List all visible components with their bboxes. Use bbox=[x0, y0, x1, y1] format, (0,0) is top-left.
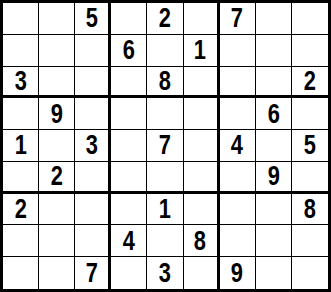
cell-r2c3[interactable] bbox=[75, 35, 111, 67]
cell-r7c3[interactable] bbox=[75, 194, 111, 226]
cell-r7c8[interactable] bbox=[256, 194, 292, 226]
cell-r4c9[interactable] bbox=[292, 98, 328, 130]
cell-r1c6[interactable] bbox=[184, 3, 220, 35]
cell-r7c4[interactable] bbox=[111, 194, 147, 226]
sudoku-page: 5276138296137452921848739 bbox=[0, 0, 331, 292]
cell-r9c8[interactable] bbox=[256, 257, 292, 289]
cell-r1c1[interactable] bbox=[3, 3, 39, 35]
given-digit: 7 bbox=[231, 4, 243, 32]
cell-r5c4[interactable] bbox=[111, 130, 147, 162]
cell-r3c9[interactable]: 2 bbox=[292, 67, 328, 99]
cell-r6c6[interactable] bbox=[184, 162, 220, 194]
given-digit: 4 bbox=[123, 227, 135, 255]
cell-r2c5[interactable] bbox=[147, 35, 183, 67]
given-digit: 5 bbox=[304, 131, 316, 159]
given-digit: 8 bbox=[159, 67, 171, 95]
cell-r5c9[interactable]: 5 bbox=[292, 130, 328, 162]
given-digit: 2 bbox=[304, 67, 316, 95]
cell-r9c2[interactable] bbox=[39, 257, 75, 289]
cell-r5c2[interactable] bbox=[39, 130, 75, 162]
given-digit: 4 bbox=[231, 131, 243, 159]
cell-r7c5[interactable]: 1 bbox=[147, 194, 183, 226]
cell-r2c2[interactable] bbox=[39, 35, 75, 67]
cell-r7c1[interactable]: 2 bbox=[3, 194, 39, 226]
given-digit: 1 bbox=[159, 195, 171, 223]
given-digit: 5 bbox=[86, 4, 98, 32]
cell-r6c7[interactable] bbox=[220, 162, 256, 194]
cell-r8c2[interactable] bbox=[39, 225, 75, 257]
cell-r1c8[interactable] bbox=[256, 3, 292, 35]
given-digit: 9 bbox=[267, 162, 279, 190]
given-digit: 9 bbox=[51, 100, 63, 128]
cell-r8c5[interactable] bbox=[147, 225, 183, 257]
given-digit: 2 bbox=[14, 195, 26, 223]
cell-r8c6[interactable]: 8 bbox=[184, 225, 220, 257]
cell-r2c9[interactable] bbox=[292, 35, 328, 67]
cell-r3c6[interactable] bbox=[184, 67, 220, 99]
cell-r6c9[interactable] bbox=[292, 162, 328, 194]
cell-r1c7[interactable]: 7 bbox=[220, 3, 256, 35]
cell-r1c2[interactable] bbox=[39, 3, 75, 35]
cell-r6c5[interactable] bbox=[147, 162, 183, 194]
cell-r5c6[interactable] bbox=[184, 130, 220, 162]
cell-r4c3[interactable] bbox=[75, 98, 111, 130]
given-digit: 6 bbox=[123, 36, 135, 64]
cell-r6c3[interactable] bbox=[75, 162, 111, 194]
cell-r1c4[interactable] bbox=[111, 3, 147, 35]
given-digit: 2 bbox=[159, 4, 171, 32]
cell-r4c6[interactable] bbox=[184, 98, 220, 130]
cell-r6c4[interactable] bbox=[111, 162, 147, 194]
cell-r9c5[interactable]: 3 bbox=[147, 257, 183, 289]
given-digit: 3 bbox=[159, 259, 171, 287]
cell-r1c3[interactable]: 5 bbox=[75, 3, 111, 35]
cell-r6c2[interactable]: 2 bbox=[39, 162, 75, 194]
cell-r5c1[interactable]: 1 bbox=[3, 130, 39, 162]
given-digit: 3 bbox=[14, 67, 26, 95]
cell-r3c7[interactable] bbox=[220, 67, 256, 99]
cell-r4c2[interactable]: 9 bbox=[39, 98, 75, 130]
cell-r9c6[interactable] bbox=[184, 257, 220, 289]
cell-r8c7[interactable] bbox=[220, 225, 256, 257]
cell-r2c8[interactable] bbox=[256, 35, 292, 67]
cell-r9c9[interactable] bbox=[292, 257, 328, 289]
cell-r4c7[interactable] bbox=[220, 98, 256, 130]
sudoku-board: 5276138296137452921848739 bbox=[0, 0, 331, 292]
given-digit: 3 bbox=[86, 131, 98, 159]
cell-r4c4[interactable] bbox=[111, 98, 147, 130]
cell-r7c2[interactable] bbox=[39, 194, 75, 226]
cell-r4c8[interactable]: 6 bbox=[256, 98, 292, 130]
cell-r7c7[interactable] bbox=[220, 194, 256, 226]
cell-r8c4[interactable]: 4 bbox=[111, 225, 147, 257]
cell-r3c4[interactable] bbox=[111, 67, 147, 99]
given-digit: 1 bbox=[194, 36, 206, 64]
cell-r5c5[interactable]: 7 bbox=[147, 130, 183, 162]
cell-r9c7[interactable]: 9 bbox=[220, 257, 256, 289]
cell-r4c1[interactable] bbox=[3, 98, 39, 130]
cell-r7c9[interactable]: 8 bbox=[292, 194, 328, 226]
cell-r2c1[interactable] bbox=[3, 35, 39, 67]
cell-r9c4[interactable] bbox=[111, 257, 147, 289]
cell-r8c8[interactable] bbox=[256, 225, 292, 257]
cell-r8c1[interactable] bbox=[3, 225, 39, 257]
cell-r1c9[interactable] bbox=[292, 3, 328, 35]
cell-r9c1[interactable] bbox=[3, 257, 39, 289]
given-digit: 1 bbox=[14, 131, 26, 159]
given-digit: 7 bbox=[159, 131, 171, 159]
given-digit: 8 bbox=[304, 195, 316, 223]
cell-r6c8[interactable]: 9 bbox=[256, 162, 292, 194]
given-digit: 2 bbox=[51, 162, 63, 190]
cell-r3c1[interactable]: 3 bbox=[3, 67, 39, 99]
cell-r5c8[interactable] bbox=[256, 130, 292, 162]
cell-r5c7[interactable]: 4 bbox=[220, 130, 256, 162]
cell-r3c5[interactable]: 8 bbox=[147, 67, 183, 99]
given-digit: 7 bbox=[86, 259, 98, 287]
given-digit: 9 bbox=[231, 259, 243, 287]
cell-r8c9[interactable] bbox=[292, 225, 328, 257]
cell-r1c5[interactable]: 2 bbox=[147, 3, 183, 35]
given-digit: 8 bbox=[194, 227, 206, 255]
cell-r7c6[interactable] bbox=[184, 194, 220, 226]
cell-r4c5[interactable] bbox=[147, 98, 183, 130]
cell-r2c4[interactable]: 6 bbox=[111, 35, 147, 67]
cell-r5c3[interactable]: 3 bbox=[75, 130, 111, 162]
cell-r3c2[interactable] bbox=[39, 67, 75, 99]
cell-r3c8[interactable] bbox=[256, 67, 292, 99]
cell-r8c3[interactable] bbox=[75, 225, 111, 257]
cell-r9c3[interactable]: 7 bbox=[75, 257, 111, 289]
cell-r3c3[interactable] bbox=[75, 67, 111, 99]
cell-r6c1[interactable] bbox=[3, 162, 39, 194]
cell-r2c6[interactable]: 1 bbox=[184, 35, 220, 67]
cell-r2c7[interactable] bbox=[220, 35, 256, 67]
given-digit: 6 bbox=[267, 100, 279, 128]
